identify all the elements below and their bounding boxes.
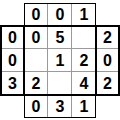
void-corner: [1, 95, 24, 118]
grid-cell-r1c1: 1: [48, 49, 72, 72]
clue-cell-right-0: 2: [96, 26, 119, 49]
clue-cell-bottom-2: 1: [72, 95, 96, 118]
clue-cell-top-0: 0: [24, 3, 48, 26]
clue-cell-right-1: 0: [96, 49, 119, 72]
void-corner: [96, 3, 119, 26]
grid-cell-r2c0: 2: [24, 72, 48, 95]
clue-cell-right-2: 2: [96, 72, 119, 95]
void-corner: [1, 3, 24, 26]
clue-cell-left-2: 3: [1, 72, 24, 95]
clue-cell-bottom-1: 3: [48, 95, 72, 118]
clue-cell-left-0: 0: [1, 26, 24, 49]
puzzle-board: 0 0 1 0 0 5 2 0 1 2 0 3 2 4 2 0 3 1: [0, 0, 120, 120]
clue-cell-top-2: 1: [72, 3, 96, 26]
clue-cell-top-1: 0: [48, 3, 72, 26]
grid-cell-r2c1-empty[interactable]: [48, 72, 72, 95]
grid-cell-r0c2-empty[interactable]: [72, 26, 96, 49]
grid-cell-r1c2: 2: [72, 49, 96, 72]
void-corner: [96, 95, 119, 118]
puzzle-grid: 0 0 1 0 0 5 2 0 1 2 0 3 2 4 2 0 3 1: [1, 3, 119, 118]
grid-cell-r0c0: 0: [24, 26, 48, 49]
clue-cell-left-1: 0: [1, 49, 24, 72]
grid-cell-r0c1: 5: [48, 26, 72, 49]
grid-cell-r1c0-empty[interactable]: [24, 49, 48, 72]
clue-cell-bottom-0: 0: [24, 95, 48, 118]
grid-cell-r2c2: 4: [72, 72, 96, 95]
